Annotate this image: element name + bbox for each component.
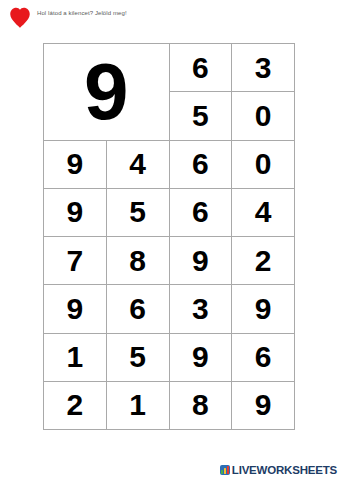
brand-text: LIVEWORKSHEETS (232, 464, 337, 476)
number-cell-r7c2[interactable]: 5 (107, 334, 170, 382)
worksheet-page: Hol látod a kilencet? Jelöld meg! 963509… (0, 0, 340, 480)
number-cell-r6c2[interactable]: 6 (107, 285, 170, 333)
worksheet-header: Hol látod a kilencet? Jelöld meg! (0, 0, 340, 34)
number-cell-r5c3[interactable]: 9 (170, 237, 233, 285)
footer-brand-link[interactable]: LIVEWORKSHEETS (220, 464, 337, 476)
number-cell-r7c1[interactable]: 1 (44, 334, 107, 382)
instruction-text: Hol látod a kilencet? Jelöld meg! (37, 10, 127, 16)
number-cell-r8c1[interactable]: 2 (44, 382, 107, 430)
number-cell-r6c1[interactable]: 9 (44, 285, 107, 333)
number-cell-r2c3[interactable]: 5 (170, 92, 233, 140)
number-cell-r1c4[interactable]: 3 (232, 44, 295, 92)
number-cell-r2c4[interactable]: 0 (232, 92, 295, 140)
number-cell-r1c3[interactable]: 6 (170, 44, 233, 92)
number-cell-r5c4[interactable]: 2 (232, 237, 295, 285)
number-cell-r5c2[interactable]: 8 (107, 237, 170, 285)
number-cell-r7c3[interactable]: 9 (170, 334, 233, 382)
number-cell-r5c1[interactable]: 7 (44, 237, 107, 285)
number-cell-r4c3[interactable]: 6 (170, 189, 233, 237)
number-cell-r7c4[interactable]: 6 (232, 334, 295, 382)
number-cell-r4c1[interactable]: 9 (44, 189, 107, 237)
number-cell-r4c4[interactable]: 4 (232, 189, 295, 237)
liveworksheets-logo-icon (220, 465, 230, 475)
number-cell-r6c4[interactable]: 9 (232, 285, 295, 333)
number-grid: 96350946095647892963915962189 (43, 43, 295, 430)
number-cell-r8c2[interactable]: 1 (107, 382, 170, 430)
number-cell-r6c3[interactable]: 3 (170, 285, 233, 333)
number-cell-r3c4[interactable]: 0 (232, 141, 295, 189)
number-cell-r8c3[interactable]: 8 (170, 382, 233, 430)
target-number-cell: 9 (44, 44, 170, 141)
number-cell-r3c3[interactable]: 6 (170, 141, 233, 189)
number-cell-r3c2[interactable]: 4 (107, 141, 170, 189)
heart-icon (7, 4, 33, 29)
number-cell-r4c2[interactable]: 5 (107, 189, 170, 237)
number-cell-r8c4[interactable]: 9 (232, 382, 295, 430)
number-cell-r3c1[interactable]: 9 (44, 141, 107, 189)
